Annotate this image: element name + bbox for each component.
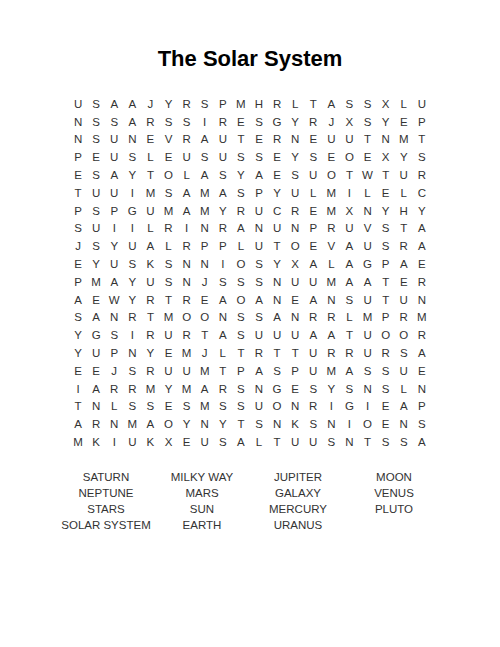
grid-cell-r9c6: L [159, 237, 177, 255]
grid-cell-r1c18: X [377, 95, 395, 113]
grid-cell-r8c8: N [196, 220, 214, 238]
grid-cell-r10c3: U [105, 255, 123, 273]
grid-cell-r1c19: L [395, 95, 413, 113]
grid-cell-r4c6: E [159, 148, 177, 166]
grid-cell-r18c14: R [304, 398, 322, 416]
grid-cell-r11c14: U [304, 273, 322, 291]
grid-cell-r19c9: Y [214, 415, 232, 433]
grid-cell-r9c10: L [232, 237, 250, 255]
grid-cell-r20c20: A [413, 433, 431, 451]
grid-cell-r2c15: J [322, 113, 340, 131]
grid-cell-r5c9: S [214, 166, 232, 184]
grid-cell-r14c14: A [304, 326, 322, 344]
word-list-item: STARS [58, 501, 154, 517]
grid-cell-r2c17: S [359, 113, 377, 131]
grid-cell-r14c20: R [413, 326, 431, 344]
grid-cell-r16c12: S [268, 362, 286, 380]
grid-cell-r7c11: U [250, 202, 268, 220]
grid-cell-r18c9: S [214, 398, 232, 416]
word-list-item: SOLAR SYSTEM [58, 517, 154, 533]
grid-cell-r12c3: W [105, 291, 123, 309]
word-list-item: EARTH [154, 517, 250, 533]
grid-cell-r7c6: M [159, 202, 177, 220]
grid-cell-r19c17: O [359, 415, 377, 433]
grid-cell-r3c17: T [359, 131, 377, 149]
grid-cell-r3c13: N [286, 131, 304, 149]
grid-cell-r7c1: P [69, 202, 87, 220]
grid-cell-r11c18: T [377, 273, 395, 291]
grid-cell-r13c19: R [395, 309, 413, 327]
grid-cell-r8c20: A [413, 220, 431, 238]
grid-cell-r10c4: S [123, 255, 141, 273]
grid-cell-r11c15: M [322, 273, 340, 291]
word-list-column-2: MILKY WAYMARSSUNEARTH [154, 469, 250, 533]
grid-cell-r20c16: N [340, 433, 358, 451]
grid-cell-r7c9: Y [214, 202, 232, 220]
grid-cell-r1c10: M [232, 95, 250, 113]
grid-cell-r12c9: A [214, 291, 232, 309]
grid-cell-r13c9: N [214, 309, 232, 327]
grid-cell-r3c4: N [123, 131, 141, 149]
grid-cell-r11c5: U [141, 273, 159, 291]
grid-cell-r15c5: Y [141, 344, 159, 362]
word-list-item: VENUS [346, 485, 442, 501]
grid-cell-r15c4: N [123, 344, 141, 362]
grid-cell-r13c13: N [286, 309, 304, 327]
grid-cell-r12c12: N [268, 291, 286, 309]
grid-cell-r9c15: V [322, 237, 340, 255]
grid-cell-r5c19: U [395, 166, 413, 184]
grid-cell-r2c13: Y [286, 113, 304, 131]
grid-cell-r9c1: J [69, 237, 87, 255]
grid-cell-r14c19: O [395, 326, 413, 344]
grid-cell-r13c3: N [105, 309, 123, 327]
grid-cell-r1c2: S [87, 95, 105, 113]
grid-cell-r12c4: Y [123, 291, 141, 309]
grid-cell-r20c1: M [69, 433, 87, 451]
grid-cell-r1c5: J [141, 95, 159, 113]
grid-cell-r15c18: R [377, 344, 395, 362]
grid-cell-r17c18: S [377, 380, 395, 398]
letter-grid: USAAJYRSPMHRLTASSXLUNSSARSSIRESGYRJXSYEP… [69, 95, 431, 451]
grid-cell-r11c2: M [87, 273, 105, 291]
grid-cell-r14c3: S [105, 326, 123, 344]
grid-cell-r10c1: E [69, 255, 87, 273]
grid-cell-r18c15: I [322, 398, 340, 416]
grid-cell-r20c19: S [395, 433, 413, 451]
grid-cell-r7c3: P [105, 202, 123, 220]
grid-cell-r20c10: A [232, 433, 250, 451]
grid-cell-r2c7: S [178, 113, 196, 131]
grid-cell-r9c5: A [141, 237, 159, 255]
grid-cell-r16c2: E [87, 362, 105, 380]
grid-cell-r8c5: L [141, 220, 159, 238]
grid-cell-r17c7: M [178, 380, 196, 398]
grid-cell-r14c4: I [123, 326, 141, 344]
grid-cell-r19c14: S [304, 415, 322, 433]
word-list-item: JUPITER [250, 469, 346, 485]
grid-cell-r15c14: U [304, 344, 322, 362]
grid-cell-r11c3: A [105, 273, 123, 291]
grid-cell-r3c11: E [250, 131, 268, 149]
grid-cell-r9c7: R [178, 237, 196, 255]
grid-cell-r20c18: S [377, 433, 395, 451]
grid-cell-r1c17: S [359, 95, 377, 113]
grid-cell-r17c3: R [105, 380, 123, 398]
grid-cell-r4c13: Y [286, 148, 304, 166]
grid-cell-r20c5: K [141, 433, 159, 451]
grid-cell-r20c13: U [286, 433, 304, 451]
word-list: SATURNNEPTUNESTARSSOLAR SYSTEMMILKY WAYM… [58, 469, 442, 533]
grid-cell-r7c15: M [322, 202, 340, 220]
grid-cell-r17c8: A [196, 380, 214, 398]
grid-cell-r3c15: U [322, 131, 340, 149]
grid-cell-r4c1: P [69, 148, 87, 166]
grid-cell-r17c11: N [250, 380, 268, 398]
grid-cell-r6c3: U [105, 184, 123, 202]
grid-cell-r1c1: U [69, 95, 87, 113]
grid-cell-r5c4: Y [123, 166, 141, 184]
grid-cell-r10c8: N [196, 255, 214, 273]
grid-cell-r18c11: U [250, 398, 268, 416]
word-list-item: SATURN [58, 469, 154, 485]
grid-cell-r19c10: T [232, 415, 250, 433]
grid-cell-r19c4: M [123, 415, 141, 433]
word-search-page: The Solar System USAAJYRSPMHRLTASSXLUNSS… [0, 0, 500, 647]
grid-cell-r3c2: S [87, 131, 105, 149]
grid-cell-r17c6: Y [159, 380, 177, 398]
grid-cell-r8c2: U [87, 220, 105, 238]
grid-cell-r13c16: L [340, 309, 358, 327]
grid-cell-r6c11: P [250, 184, 268, 202]
grid-cell-r7c7: A [178, 202, 196, 220]
grid-cell-r4c3: U [105, 148, 123, 166]
grid-cell-r5c14: U [304, 166, 322, 184]
grid-cell-r10c18: P [377, 255, 395, 273]
grid-cell-r18c5: S [141, 398, 159, 416]
grid-cell-r7c18: Y [377, 202, 395, 220]
grid-cell-r19c3: N [105, 415, 123, 433]
grid-cell-r2c9: R [214, 113, 232, 131]
grid-cell-r16c14: U [304, 362, 322, 380]
grid-cell-r9c20: A [413, 237, 431, 255]
grid-cell-r10c9: I [214, 255, 232, 273]
grid-cell-r4c8: S [196, 148, 214, 166]
grid-cell-r8c16: U [340, 220, 358, 238]
grid-cell-r16c13: P [286, 362, 304, 380]
grid-cell-r8c1: S [69, 220, 87, 238]
grid-cell-r15c13: T [286, 344, 304, 362]
grid-cell-r1c9: P [214, 95, 232, 113]
grid-cell-r16c18: S [377, 362, 395, 380]
grid-cell-r4c16: O [340, 148, 358, 166]
grid-cell-r10c14: A [304, 255, 322, 273]
grid-cell-r6c17: L [359, 184, 377, 202]
grid-cell-r2c18: Y [377, 113, 395, 131]
grid-cell-r2c3: S [105, 113, 123, 131]
grid-cell-r8c18: S [377, 220, 395, 238]
grid-cell-r5c6: O [159, 166, 177, 184]
grid-cell-r3c16: U [340, 131, 358, 149]
grid-cell-r20c12: T [268, 433, 286, 451]
grid-cell-r20c3: I [105, 433, 123, 451]
grid-cell-r5c18: T [377, 166, 395, 184]
grid-cell-r2c19: E [395, 113, 413, 131]
grid-cell-r1c20: U [413, 95, 431, 113]
grid-cell-r8c19: T [395, 220, 413, 238]
grid-cell-r11c13: U [286, 273, 304, 291]
grid-cell-r12c10: O [232, 291, 250, 309]
grid-cell-r9c19: R [395, 237, 413, 255]
grid-cell-r18c18: E [377, 398, 395, 416]
grid-cell-r11c10: S [232, 273, 250, 291]
grid-cell-r18c8: M [196, 398, 214, 416]
grid-cell-r6c8: M [196, 184, 214, 202]
grid-cell-r14c10: S [232, 326, 250, 344]
grid-cell-r12c6: T [159, 291, 177, 309]
grid-cell-r14c18: O [377, 326, 395, 344]
grid-cell-r5c3: A [105, 166, 123, 184]
grid-cell-r13c8: O [196, 309, 214, 327]
grid-cell-r17c4: R [123, 380, 141, 398]
grid-cell-r3c8: A [196, 131, 214, 149]
grid-cell-r16c9: T [214, 362, 232, 380]
grid-cell-r15c9: L [214, 344, 232, 362]
grid-cell-r4c18: X [377, 148, 395, 166]
word-list-column-3: JUPITERGALAXYMERCURYURANUS [250, 469, 346, 533]
grid-cell-r10c17: G [359, 255, 377, 273]
grid-cell-r1c15: A [322, 95, 340, 113]
grid-cell-r2c16: X [340, 113, 358, 131]
grid-cell-r15c15: R [322, 344, 340, 362]
grid-cell-r5c13: S [286, 166, 304, 184]
grid-cell-r15c11: R [250, 344, 268, 362]
grid-cell-r10c19: A [395, 255, 413, 273]
grid-cell-r19c13: K [286, 415, 304, 433]
grid-cell-r4c20: S [413, 148, 431, 166]
grid-cell-r10c7: N [178, 255, 196, 273]
grid-cell-r14c5: R [141, 326, 159, 344]
grid-cell-r9c17: U [359, 237, 377, 255]
grid-cell-r8c6: R [159, 220, 177, 238]
grid-cell-r8c10: A [232, 220, 250, 238]
grid-cell-r4c15: E [322, 148, 340, 166]
grid-cell-r9c13: O [286, 237, 304, 255]
word-list-item: NEPTUNE [58, 485, 154, 501]
grid-cell-r16c7: U [178, 362, 196, 380]
grid-cell-r14c9: A [214, 326, 232, 344]
grid-cell-r2c2: S [87, 113, 105, 131]
grid-cell-r8c9: R [214, 220, 232, 238]
grid-cell-r16c16: A [340, 362, 358, 380]
grid-cell-r12c16: S [340, 291, 358, 309]
grid-cell-r7c10: R [232, 202, 250, 220]
grid-cell-r3c10: T [232, 131, 250, 149]
grid-cell-r17c13: E [286, 380, 304, 398]
grid-cell-r14c12: U [268, 326, 286, 344]
grid-cell-r13c18: P [377, 309, 395, 327]
grid-cell-r11c17: A [359, 273, 377, 291]
grid-cell-r14c11: U [250, 326, 268, 344]
grid-cell-r5c11: A [250, 166, 268, 184]
grid-cell-r11c19: E [395, 273, 413, 291]
grid-cell-r8c15: R [322, 220, 340, 238]
grid-cell-r6c14: L [304, 184, 322, 202]
grid-cell-r17c19: L [395, 380, 413, 398]
grid-cell-r3c20: T [413, 131, 431, 149]
grid-cell-r5c8: A [196, 166, 214, 184]
grid-cell-r3c7: R [178, 131, 196, 149]
grid-cell-r12c5: R [141, 291, 159, 309]
grid-cell-r3c12: R [268, 131, 286, 149]
grid-cell-r4c5: L [141, 148, 159, 166]
grid-cell-r12c19: U [395, 291, 413, 309]
grid-cell-r16c6: U [159, 362, 177, 380]
grid-cell-r18c4: S [123, 398, 141, 416]
grid-cell-r17c16: S [340, 380, 358, 398]
grid-cell-r4c7: U [178, 148, 196, 166]
grid-cell-r16c4: S [123, 362, 141, 380]
grid-cell-r9c9: P [214, 237, 232, 255]
grid-cell-r4c14: S [304, 148, 322, 166]
grid-cell-r17c2: A [87, 380, 105, 398]
grid-cell-r7c14: E [304, 202, 322, 220]
grid-cell-r10c11: S [250, 255, 268, 273]
grid-cell-r5c1: E [69, 166, 87, 184]
grid-cell-r20c11: L [250, 433, 268, 451]
grid-cell-r8c17: V [359, 220, 377, 238]
grid-cell-r11c4: Y [123, 273, 141, 291]
grid-cell-r9c14: E [304, 237, 322, 255]
grid-cell-r3c18: N [377, 131, 395, 149]
word-list-column-1: SATURNNEPTUNESTARSSOLAR SYSTEM [58, 469, 154, 533]
grid-cell-r18c10: S [232, 398, 250, 416]
grid-cell-r14c13: U [286, 326, 304, 344]
grid-cell-r12c1: A [69, 291, 87, 309]
grid-cell-r13c14: R [304, 309, 322, 327]
grid-cell-r17c17: N [359, 380, 377, 398]
grid-cell-r7c19: H [395, 202, 413, 220]
grid-cell-r9c3: Y [105, 237, 123, 255]
grid-cell-r19c2: R [87, 415, 105, 433]
grid-cell-r5c12: E [268, 166, 286, 184]
grid-cell-r15c1: Y [69, 344, 87, 362]
grid-cell-r5c17: W [359, 166, 377, 184]
grid-cell-r9c4: U [123, 237, 141, 255]
grid-cell-r1c7: R [178, 95, 196, 113]
grid-cell-r15c8: J [196, 344, 214, 362]
grid-cell-r6c7: A [178, 184, 196, 202]
grid-cell-r3c19: M [395, 131, 413, 149]
grid-cell-r5c20: R [413, 166, 431, 184]
grid-cell-r6c10: S [232, 184, 250, 202]
grid-cell-r1c3: A [105, 95, 123, 113]
grid-cell-r20c14: U [304, 433, 322, 451]
grid-cell-r18c20: P [413, 398, 431, 416]
grid-cell-r14c17: U [359, 326, 377, 344]
grid-cell-r19c6: O [159, 415, 177, 433]
grid-cell-r13c10: S [232, 309, 250, 327]
grid-cell-r2c1: N [69, 113, 87, 131]
grid-cell-r12c13: E [286, 291, 304, 309]
grid-cell-r13c6: M [159, 309, 177, 327]
grid-cell-r15c2: U [87, 344, 105, 362]
grid-cell-r11c20: R [413, 273, 431, 291]
grid-cell-r16c17: S [359, 362, 377, 380]
word-list-item: MILKY WAY [154, 469, 250, 485]
grid-cell-r11c6: S [159, 273, 177, 291]
grid-cell-r3c9: U [214, 131, 232, 149]
grid-cell-r19c19: N [395, 415, 413, 433]
grid-cell-r6c9: A [214, 184, 232, 202]
grid-cell-r18c2: N [87, 398, 105, 416]
grid-cell-r8c13: N [286, 220, 304, 238]
grid-cell-r10c13: X [286, 255, 304, 273]
grid-cell-r17c20: N [413, 380, 431, 398]
grid-cell-r16c1: E [69, 362, 87, 380]
grid-cell-r19c5: A [141, 415, 159, 433]
grid-cell-r19c7: Y [178, 415, 196, 433]
grid-cell-r19c16: I [340, 415, 358, 433]
grid-cell-r13c20: M [413, 309, 431, 327]
grid-cell-r4c9: U [214, 148, 232, 166]
grid-cell-r6c16: I [340, 184, 358, 202]
grid-cell-r17c14: S [304, 380, 322, 398]
grid-cell-r3c3: U [105, 131, 123, 149]
grid-cell-r10c5: K [141, 255, 159, 273]
grid-cell-r2c5: R [141, 113, 159, 131]
grid-cell-r6c1: T [69, 184, 87, 202]
grid-cell-r5c15: O [322, 166, 340, 184]
grid-cell-r17c10: S [232, 380, 250, 398]
grid-cell-r7c12: C [268, 202, 286, 220]
grid-cell-r5c7: L [178, 166, 196, 184]
grid-cell-r9c8: P [196, 237, 214, 255]
grid-cell-r9c2: S [87, 237, 105, 255]
grid-cell-r4c17: E [359, 148, 377, 166]
grid-cell-r17c12: G [268, 380, 286, 398]
grid-cell-r15c16: R [340, 344, 358, 362]
word-list-item: MERCURY [250, 501, 346, 517]
grid-cell-r12c7: R [178, 291, 196, 309]
grid-cell-r9c12: T [268, 237, 286, 255]
word-list-item: URANUS [250, 517, 346, 533]
grid-cell-r7c4: G [123, 202, 141, 220]
grid-cell-r15c3: P [105, 344, 123, 362]
grid-cell-r15c17: U [359, 344, 377, 362]
grid-cell-r6c5: M [141, 184, 159, 202]
grid-cell-r19c8: N [196, 415, 214, 433]
word-list-item: SUN [154, 501, 250, 517]
grid-cell-r12c15: N [322, 291, 340, 309]
grid-cell-r14c6: U [159, 326, 177, 344]
word-list-item: PLUTO [346, 501, 442, 517]
grid-cell-r11c16: A [340, 273, 358, 291]
grid-cell-r20c15: S [322, 433, 340, 451]
grid-cell-r5c10: Y [232, 166, 250, 184]
grid-cell-r13c5: T [141, 309, 159, 327]
grid-cell-r18c12: O [268, 398, 286, 416]
grid-cell-r8c4: I [123, 220, 141, 238]
grid-cell-r19c15: N [322, 415, 340, 433]
puzzle-title: The Solar System [0, 0, 500, 71]
grid-cell-r13c11: S [250, 309, 268, 327]
grid-cell-r3c14: E [304, 131, 322, 149]
grid-cell-r6c12: Y [268, 184, 286, 202]
grid-cell-r10c12: Y [268, 255, 286, 273]
grid-cell-r19c12: N [268, 415, 286, 433]
grid-cell-r20c6: X [159, 433, 177, 451]
